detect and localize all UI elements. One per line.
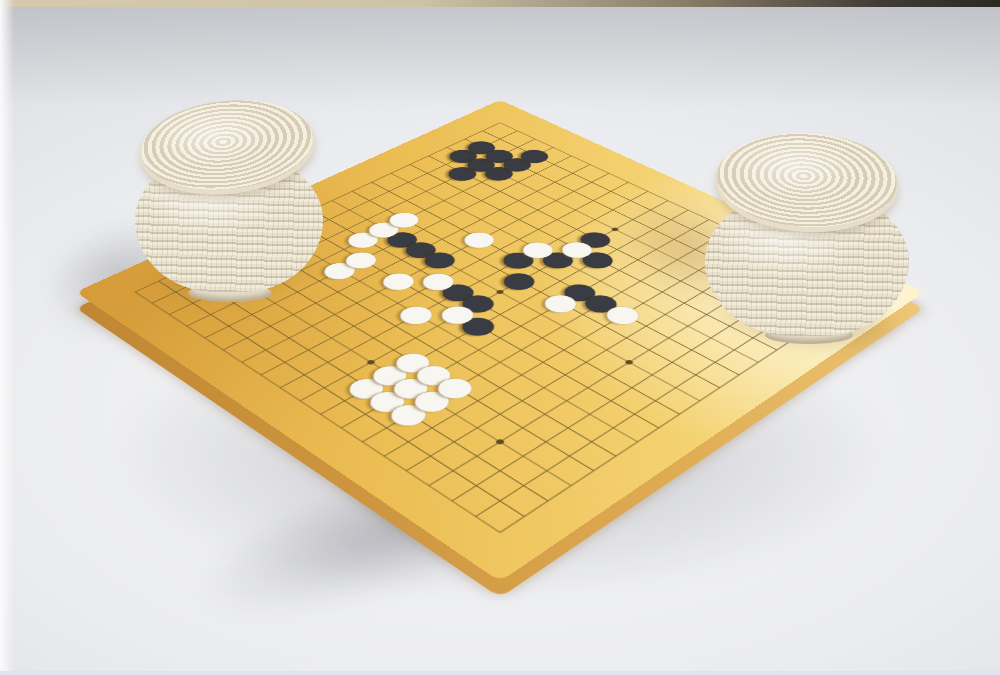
stone-bowl-left: [134, 96, 326, 298]
backdrop-left-highlight: [0, 0, 14, 675]
studio-scene: ●●●●●●●●●●●●●●●●●●●●●●●●●●●●●●●●●●●●●●●●…: [0, 0, 1000, 675]
stone-white[interactable]: ●: [456, 226, 507, 252]
backdrop-bottom-strip: [0, 671, 1000, 675]
stone-bowl-right: [703, 130, 911, 338]
backdrop-top-strip: [0, 0, 1000, 7]
stone-black[interactable]: ●: [495, 266, 547, 294]
